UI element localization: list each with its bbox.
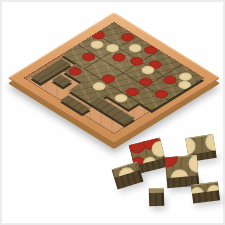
puzzle-dot-red [153,89,171,100]
puzzle-dot-cream [126,43,144,54]
piece-dot-cream [188,155,199,174]
loose-block-cream-half[interactable] [112,162,144,190]
piece-front-face [192,190,220,203]
puzzle-product-photo [0,0,225,225]
assembled-pieces-area [23,22,204,134]
puzzle-dot-cream [88,39,106,50]
loose-small-cube[interactable] [149,188,165,207]
puzzle-dot-red [136,76,154,87]
loose-block-two-cream[interactable] [191,181,220,203]
puzzle-dot-red [127,56,145,67]
piece-dot-cream [204,134,216,152]
puzzle-dot-red [109,52,127,63]
puzzle-tray [8,12,220,144]
piece-front-face [149,193,164,207]
piece-dot-red [165,155,179,168]
